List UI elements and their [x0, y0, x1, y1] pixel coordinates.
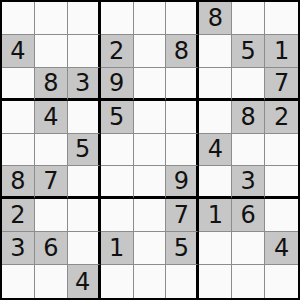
cell-r9c2[interactable] — [35, 265, 68, 298]
cell-r3c9[interactable]: 7 — [265, 68, 298, 101]
cell-r3c2[interactable]: 8 — [35, 68, 68, 101]
cell-r7c9[interactable] — [265, 199, 298, 232]
cell-r6c9[interactable] — [265, 166, 298, 199]
cell-r7c8[interactable]: 6 — [232, 199, 265, 232]
cell-r9c6[interactable] — [166, 265, 199, 298]
cell-r5c9[interactable] — [265, 134, 298, 167]
cell-r4c1[interactable] — [2, 101, 35, 134]
cell-r2c5[interactable] — [134, 35, 167, 68]
cell-r6c1[interactable]: 8 — [2, 166, 35, 199]
sudoku-board: 842851839745825487932716361544 — [0, 0, 300, 300]
cell-r9c4[interactable] — [101, 265, 134, 298]
cell-r2c3[interactable] — [68, 35, 101, 68]
cell-r7c1[interactable]: 2 — [2, 199, 35, 232]
cell-r1c4[interactable] — [101, 2, 134, 35]
cell-r5c1[interactable] — [2, 134, 35, 167]
cell-r8c4[interactable]: 1 — [101, 232, 134, 265]
cell-r9c3[interactable]: 4 — [68, 265, 101, 298]
cell-r3c7[interactable] — [199, 68, 232, 101]
cell-r2c2[interactable] — [35, 35, 68, 68]
cell-r3c5[interactable] — [134, 68, 167, 101]
cell-r8c8[interactable] — [232, 232, 265, 265]
cell-r6c5[interactable] — [134, 166, 167, 199]
cell-r6c4[interactable] — [101, 166, 134, 199]
cell-r8c1[interactable]: 3 — [2, 232, 35, 265]
cell-r4c9[interactable]: 2 — [265, 101, 298, 134]
cell-r3c3[interactable]: 3 — [68, 68, 101, 101]
cell-r4c8[interactable]: 8 — [232, 101, 265, 134]
cell-r8c3[interactable] — [68, 232, 101, 265]
cell-r2c8[interactable]: 5 — [232, 35, 265, 68]
cell-r3c1[interactable] — [2, 68, 35, 101]
cell-r8c2[interactable]: 6 — [35, 232, 68, 265]
cell-r8c7[interactable] — [199, 232, 232, 265]
cell-r7c6[interactable]: 7 — [166, 199, 199, 232]
cell-r9c8[interactable] — [232, 265, 265, 298]
cell-r1c3[interactable] — [68, 2, 101, 35]
cell-r5c8[interactable] — [232, 134, 265, 167]
cell-r4c6[interactable] — [166, 101, 199, 134]
cell-r7c5[interactable] — [134, 199, 167, 232]
cell-r7c2[interactable] — [35, 199, 68, 232]
cell-r4c2[interactable]: 4 — [35, 101, 68, 134]
cell-r1c5[interactable] — [134, 2, 167, 35]
cell-r5c4[interactable] — [101, 134, 134, 167]
sudoku-puzzle: 842851839745825487932716361544 — [0, 0, 300, 300]
cell-r6c3[interactable] — [68, 166, 101, 199]
cell-r3c6[interactable] — [166, 68, 199, 101]
cell-r6c7[interactable] — [199, 166, 232, 199]
cell-r7c3[interactable] — [68, 199, 101, 232]
cell-r8c6[interactable]: 5 — [166, 232, 199, 265]
cell-r3c8[interactable] — [232, 68, 265, 101]
cell-r5c5[interactable] — [134, 134, 167, 167]
cell-r7c7[interactable]: 1 — [199, 199, 232, 232]
cell-r1c8[interactable] — [232, 2, 265, 35]
cell-r1c9[interactable] — [265, 2, 298, 35]
cell-r2c1[interactable]: 4 — [2, 35, 35, 68]
cell-r2c7[interactable] — [199, 35, 232, 68]
cell-r5c7[interactable]: 4 — [199, 134, 232, 167]
cell-r1c7[interactable]: 8 — [199, 2, 232, 35]
cell-r9c9[interactable] — [265, 265, 298, 298]
cell-r6c2[interactable]: 7 — [35, 166, 68, 199]
cell-r8c5[interactable] — [134, 232, 167, 265]
cell-r4c7[interactable] — [199, 101, 232, 134]
cell-r1c2[interactable] — [35, 2, 68, 35]
cell-r2c4[interactable]: 2 — [101, 35, 134, 68]
cell-r4c5[interactable] — [134, 101, 167, 134]
cell-r5c6[interactable] — [166, 134, 199, 167]
cell-r1c1[interactable] — [2, 2, 35, 35]
cell-r4c4[interactable]: 5 — [101, 101, 134, 134]
cell-r9c1[interactable] — [2, 265, 35, 298]
cell-r2c6[interactable]: 8 — [166, 35, 199, 68]
cell-r6c8[interactable]: 3 — [232, 166, 265, 199]
cell-r1c6[interactable] — [166, 2, 199, 35]
cell-r9c5[interactable] — [134, 265, 167, 298]
cell-r3c4[interactable]: 9 — [101, 68, 134, 101]
cell-r5c2[interactable] — [35, 134, 68, 167]
cell-r5c3[interactable]: 5 — [68, 134, 101, 167]
cell-r6c6[interactable]: 9 — [166, 166, 199, 199]
cell-r8c9[interactable]: 4 — [265, 232, 298, 265]
cell-r9c7[interactable] — [199, 265, 232, 298]
cell-r4c3[interactable] — [68, 101, 101, 134]
cell-r7c4[interactable] — [101, 199, 134, 232]
cell-r2c9[interactable]: 1 — [265, 35, 298, 68]
